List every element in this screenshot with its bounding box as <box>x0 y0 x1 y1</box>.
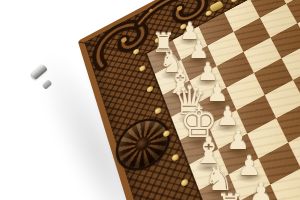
photo-stage: ♟♜♟♞♟♝♟♛♟♚♟♝♟♞♟♜ <box>0 0 300 200</box>
